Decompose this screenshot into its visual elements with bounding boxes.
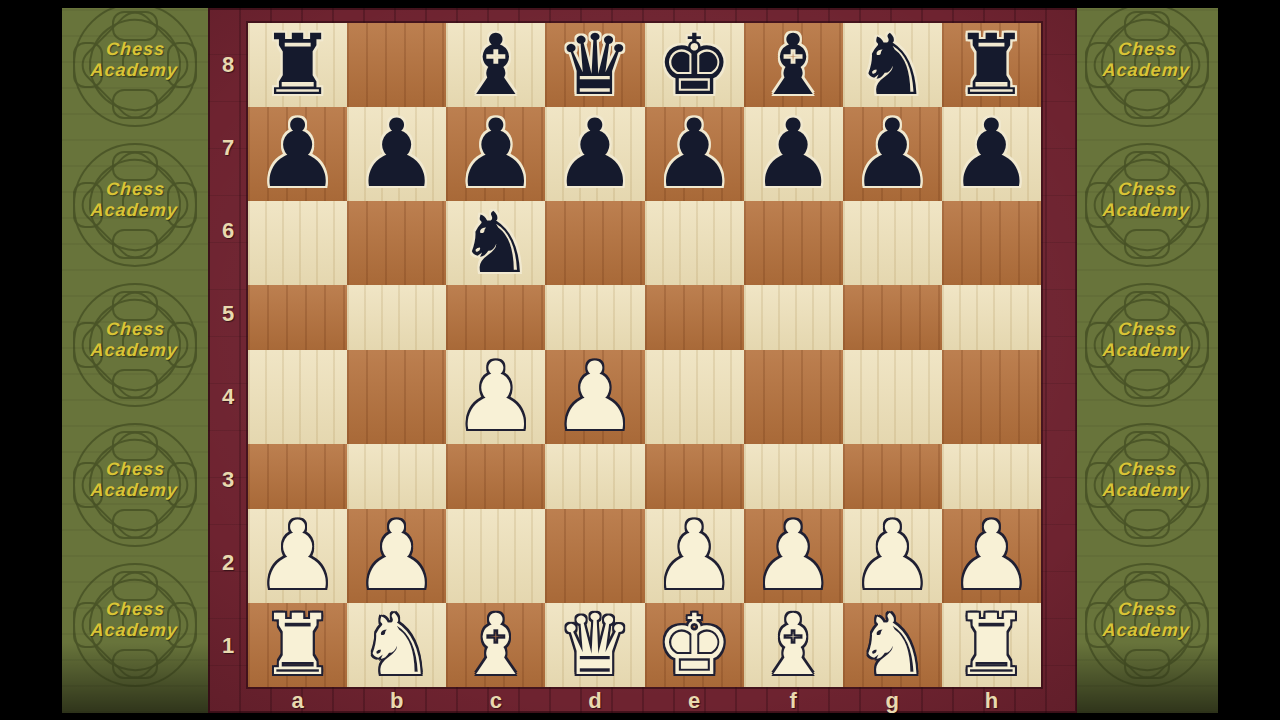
brand-line-2: Academy	[1077, 340, 1217, 361]
square-h1[interactable]: ♜	[942, 603, 1041, 687]
square-d7[interactable]: ♟	[545, 107, 644, 201]
square-b4[interactable]	[347, 350, 446, 444]
square-d4[interactable]: ♟	[545, 350, 644, 444]
white-bishop-f1[interactable]: ♝	[756, 603, 831, 687]
square-h8[interactable]: ♜	[942, 23, 1041, 107]
brand-line-2: Academy	[64, 60, 205, 81]
square-c3[interactable]	[446, 444, 545, 509]
white-rook-a1[interactable]: ♜	[260, 603, 335, 687]
square-g7[interactable]: ♟	[843, 107, 942, 201]
black-pawn-c7[interactable]: ♟	[454, 107, 538, 201]
square-d6[interactable]	[545, 201, 644, 285]
square-h7[interactable]: ♟	[942, 107, 1041, 201]
white-king-e1[interactable]: ♚	[656, 603, 731, 687]
square-c2[interactable]	[446, 509, 545, 603]
brand-line-1: Chess	[65, 599, 206, 620]
black-pawn-f7[interactable]: ♟	[751, 107, 835, 201]
square-b7[interactable]: ♟	[347, 107, 446, 201]
square-c7[interactable]: ♟	[446, 107, 545, 201]
square-b2[interactable]: ♟	[347, 509, 446, 603]
square-e7[interactable]: ♟	[645, 107, 744, 201]
square-f1[interactable]: ♝	[744, 603, 843, 687]
brand-text: ChessAcademy	[64, 459, 207, 501]
brand-line-2: Academy	[64, 620, 205, 641]
brand-line-2: Academy	[64, 340, 205, 361]
pillarbox-bar-left	[0, 0, 62, 720]
brand-text: ChessAcademy	[1077, 319, 1218, 361]
brand-line-1: Chess	[65, 39, 206, 60]
rank-label-1: 1	[208, 604, 248, 687]
white-bishop-c1[interactable]: ♝	[458, 603, 533, 687]
square-e1[interactable]: ♚	[645, 603, 744, 687]
square-h2[interactable]: ♟	[942, 509, 1041, 603]
square-g3[interactable]	[843, 444, 942, 509]
square-f8[interactable]: ♝	[744, 23, 843, 107]
square-d2[interactable]	[545, 509, 644, 603]
white-rook-h1[interactable]: ♜	[954, 603, 1029, 687]
square-e8[interactable]: ♚	[645, 23, 744, 107]
square-f7[interactable]: ♟	[744, 107, 843, 201]
square-h3[interactable]	[942, 444, 1041, 509]
square-c5[interactable]	[446, 285, 545, 350]
square-a4[interactable]	[248, 350, 347, 444]
square-g8[interactable]: ♞	[843, 23, 942, 107]
black-pawn-d7[interactable]: ♟	[553, 107, 637, 201]
right-decoration-strip: ChessAcademyChessAcademyChessAcademyChes…	[1077, 8, 1218, 713]
rank-label-8: 8	[208, 23, 248, 106]
square-a2[interactable]: ♟	[248, 509, 347, 603]
white-pawn-a2[interactable]: ♟	[255, 509, 339, 603]
square-a8[interactable]: ♜	[248, 23, 347, 107]
brand-line-2: Academy	[1077, 200, 1217, 221]
rank-label-2: 2	[208, 521, 248, 604]
chess-academy-watermark: ChessAcademy	[65, 275, 205, 415]
brand-text: ChessAcademy	[1077, 459, 1218, 501]
square-g6[interactable]	[843, 201, 942, 285]
square-d8[interactable]: ♛	[545, 23, 644, 107]
brand-line-1: Chess	[65, 319, 206, 340]
brand-line-2: Academy	[1077, 620, 1217, 641]
white-pawn-e2[interactable]: ♟	[652, 509, 736, 603]
black-rook-a8[interactable]: ♜	[260, 23, 335, 107]
chess-academy-watermark: ChessAcademy	[1077, 555, 1217, 695]
square-d5[interactable]	[545, 285, 644, 350]
square-f6[interactable]	[744, 201, 843, 285]
square-h4[interactable]	[942, 350, 1041, 444]
black-bishop-c8[interactable]: ♝	[458, 23, 533, 107]
white-pawn-d4[interactable]: ♟	[553, 350, 637, 444]
square-e6[interactable]	[645, 201, 744, 285]
white-pawn-b2[interactable]: ♟	[355, 509, 439, 603]
white-knight-b1[interactable]: ♞	[359, 603, 434, 687]
square-g1[interactable]: ♞	[843, 603, 942, 687]
video-frame: ChessAcademyChessAcademyChessAcademyChes…	[0, 0, 1280, 720]
rank-labels: 87654321	[208, 23, 248, 687]
square-b5[interactable]	[347, 285, 446, 350]
brand-text: ChessAcademy	[64, 599, 207, 641]
square-h5[interactable]	[942, 285, 1041, 350]
square-a6[interactable]	[248, 201, 347, 285]
rank-label-4: 4	[208, 355, 248, 438]
brand-line-1: Chess	[1077, 459, 1218, 480]
black-pawn-h7[interactable]: ♟	[949, 107, 1033, 201]
black-king-e8[interactable]: ♚	[656, 23, 731, 107]
chess-academy-watermark: ChessAcademy	[65, 8, 205, 135]
chess-academy-watermark: ChessAcademy	[1077, 415, 1217, 555]
chess-academy-watermark: ChessAcademy	[1077, 275, 1217, 415]
square-g5[interactable]	[843, 285, 942, 350]
white-pawn-g2[interactable]: ♟	[850, 509, 934, 603]
black-pawn-g7[interactable]: ♟	[850, 107, 934, 201]
white-pawn-c4[interactable]: ♟	[454, 350, 538, 444]
rank-label-3: 3	[208, 438, 248, 521]
square-f5[interactable]	[744, 285, 843, 350]
black-knight-g8[interactable]: ♞	[855, 23, 930, 107]
letterbox-bar-top	[0, 0, 1280, 8]
square-a5[interactable]	[248, 285, 347, 350]
board-frame: 87654321 abcdefgh ♜♝♛♚♝♞♜♟♟♟♟♟♟♟♟♞♟♟♟♟♟♟…	[208, 8, 1077, 713]
square-g2[interactable]: ♟	[843, 509, 942, 603]
rank-label-5: 5	[208, 272, 248, 355]
brand-text: ChessAcademy	[64, 179, 207, 221]
brand-text: ChessAcademy	[1077, 599, 1218, 641]
square-b6[interactable]	[347, 201, 446, 285]
rank-label-7: 7	[208, 106, 248, 189]
square-f3[interactable]	[744, 444, 843, 509]
background: ChessAcademyChessAcademyChessAcademyChes…	[62, 8, 1218, 713]
square-g4[interactable]	[843, 350, 942, 444]
rank-label-6: 6	[208, 189, 248, 272]
square-b1[interactable]: ♞	[347, 603, 446, 687]
square-c6[interactable]: ♞	[446, 201, 545, 285]
brand-text: ChessAcademy	[1077, 179, 1218, 221]
left-decoration-strip: ChessAcademyChessAcademyChessAcademyChes…	[62, 8, 208, 713]
brand-line-1: Chess	[65, 459, 206, 480]
chess-academy-watermark: ChessAcademy	[65, 555, 205, 695]
brand-line-1: Chess	[65, 179, 206, 200]
square-e4[interactable]	[645, 350, 744, 444]
square-f4[interactable]	[744, 350, 843, 444]
chess-board[interactable]: ♜♝♛♚♝♞♜♟♟♟♟♟♟♟♟♞♟♟♟♟♟♟♟♟♜♞♝♛♚♝♞♜	[248, 23, 1041, 687]
brand-line-1: Chess	[1077, 319, 1218, 340]
square-b8[interactable]	[347, 23, 446, 107]
black-rook-h8[interactable]: ♜	[954, 23, 1029, 107]
brand-text: ChessAcademy	[1077, 39, 1218, 81]
white-pawn-h2[interactable]: ♟	[949, 509, 1033, 603]
white-pawn-f2[interactable]: ♟	[751, 509, 835, 603]
black-pawn-b7[interactable]: ♟	[355, 107, 439, 201]
square-c8[interactable]: ♝	[446, 23, 545, 107]
black-bishop-f8[interactable]: ♝	[756, 23, 831, 107]
brand-line-2: Academy	[64, 200, 205, 221]
brand-line-1: Chess	[1077, 179, 1218, 200]
black-pawn-e7[interactable]: ♟	[652, 107, 736, 201]
white-queen-d1[interactable]: ♛	[557, 603, 632, 687]
chess-academy-watermark: ChessAcademy	[1077, 8, 1217, 135]
chess-academy-watermark: ChessAcademy	[65, 415, 205, 555]
brand-line-2: Academy	[1077, 60, 1217, 81]
black-pawn-a7[interactable]: ♟	[255, 107, 339, 201]
chess-academy-watermark: ChessAcademy	[1077, 135, 1217, 275]
black-knight-c6[interactable]: ♞	[458, 201, 533, 285]
black-queen-d8[interactable]: ♛	[557, 23, 632, 107]
square-b3[interactable]	[347, 444, 446, 509]
square-c1[interactable]: ♝	[446, 603, 545, 687]
brand-text: ChessAcademy	[64, 39, 207, 81]
square-a3[interactable]	[248, 444, 347, 509]
brand-line-1: Chess	[1077, 599, 1218, 620]
square-e3[interactable]	[645, 444, 744, 509]
letterbox-bar-bottom	[0, 713, 1280, 720]
brand-line-1: Chess	[1077, 39, 1218, 60]
square-f2[interactable]: ♟	[744, 509, 843, 603]
white-knight-g1[interactable]: ♞	[855, 603, 930, 687]
square-c4[interactable]: ♟	[446, 350, 545, 444]
square-e2[interactable]: ♟	[645, 509, 744, 603]
square-d1[interactable]: ♛	[545, 603, 644, 687]
square-h6[interactable]	[942, 201, 1041, 285]
brand-text: ChessAcademy	[64, 319, 207, 361]
square-a7[interactable]: ♟	[248, 107, 347, 201]
square-d3[interactable]	[545, 444, 644, 509]
brand-line-2: Academy	[1077, 480, 1217, 501]
square-a1[interactable]: ♜	[248, 603, 347, 687]
chess-academy-watermark: ChessAcademy	[65, 135, 205, 275]
pillarbox-bar-right	[1218, 0, 1280, 720]
square-e5[interactable]	[645, 285, 744, 350]
brand-line-2: Academy	[64, 480, 205, 501]
